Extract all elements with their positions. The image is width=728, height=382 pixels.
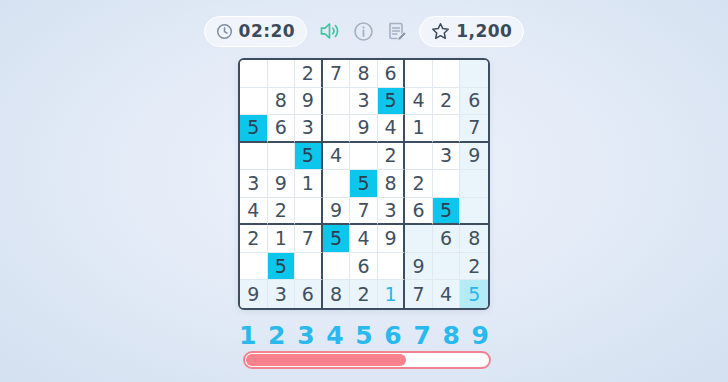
top-bar: 02:20 1,200 bbox=[0, 16, 728, 46]
cell-r7c4[interactable]: 5 bbox=[323, 225, 351, 253]
cell-r7c5[interactable]: 4 bbox=[350, 225, 378, 253]
cell-r9c1[interactable]: 9 bbox=[240, 280, 268, 308]
progress-bar bbox=[243, 351, 491, 369]
cell-r6c9[interactable] bbox=[460, 198, 488, 226]
cell-r2c4[interactable] bbox=[323, 88, 351, 116]
cell-r5c9[interactable] bbox=[460, 170, 488, 198]
notes-icon[interactable] bbox=[385, 20, 408, 42]
cell-r2c3[interactable]: 9 bbox=[295, 88, 323, 116]
numpad-7[interactable]: 7 bbox=[413, 323, 430, 348]
cell-r8c1[interactable] bbox=[240, 253, 268, 281]
cell-r7c9[interactable]: 8 bbox=[460, 225, 488, 253]
score-pill: 1,200 bbox=[419, 16, 524, 47]
numpad-4[interactable]: 4 bbox=[326, 323, 343, 348]
cell-r1c9[interactable] bbox=[460, 60, 488, 88]
cell-r2c5[interactable]: 3 bbox=[350, 88, 378, 116]
cell-r3c6[interactable]: 4 bbox=[378, 115, 406, 143]
cell-r4c6[interactable]: 2 bbox=[378, 143, 406, 171]
cell-r7c8[interactable]: 6 bbox=[433, 225, 461, 253]
cell-r1c5[interactable]: 8 bbox=[350, 60, 378, 88]
cell-r4c1[interactable] bbox=[240, 143, 268, 171]
cell-r7c7[interactable] bbox=[405, 225, 433, 253]
cell-r1c8[interactable] bbox=[433, 60, 461, 88]
clock-icon bbox=[216, 23, 233, 40]
cell-r4c5[interactable] bbox=[350, 143, 378, 171]
cell-r4c9[interactable]: 9 bbox=[460, 143, 488, 171]
cell-r1c6[interactable]: 6 bbox=[378, 60, 406, 88]
cell-r9c7[interactable]: 7 bbox=[405, 280, 433, 308]
cell-r6c7[interactable]: 6 bbox=[405, 198, 433, 226]
cell-r1c2[interactable] bbox=[268, 60, 296, 88]
cell-r8c7[interactable]: 9 bbox=[405, 253, 433, 281]
cell-r9c8[interactable]: 4 bbox=[433, 280, 461, 308]
cell-r2c7[interactable]: 4 bbox=[405, 88, 433, 116]
cell-r5c2[interactable]: 9 bbox=[268, 170, 296, 198]
cell-r5c3[interactable]: 1 bbox=[295, 170, 323, 198]
cell-r9c4[interactable]: 8 bbox=[323, 280, 351, 308]
cell-r9c5[interactable]: 2 bbox=[350, 280, 378, 308]
cell-r6c8[interactable]: 5 bbox=[433, 198, 461, 226]
cell-r5c6[interactable]: 8 bbox=[378, 170, 406, 198]
cell-r5c4[interactable] bbox=[323, 170, 351, 198]
cell-r1c1[interactable] bbox=[240, 60, 268, 88]
numpad-3[interactable]: 3 bbox=[297, 323, 314, 348]
cell-r1c7[interactable] bbox=[405, 60, 433, 88]
cell-r7c6[interactable]: 9 bbox=[378, 225, 406, 253]
cell-r3c7[interactable]: 1 bbox=[405, 115, 433, 143]
cell-r8c2[interactable]: 5 bbox=[268, 253, 296, 281]
cell-r2c8[interactable]: 2 bbox=[433, 88, 461, 116]
cell-r6c4[interactable]: 9 bbox=[323, 198, 351, 226]
cell-r8c6[interactable] bbox=[378, 253, 406, 281]
cell-r5c5[interactable]: 5 bbox=[350, 170, 378, 198]
timer-value: 02:20 bbox=[239, 21, 296, 41]
cell-r3c5[interactable]: 9 bbox=[350, 115, 378, 143]
cell-r8c3[interactable] bbox=[295, 253, 323, 281]
cell-r4c8[interactable]: 3 bbox=[433, 143, 461, 171]
cell-r8c5[interactable]: 6 bbox=[350, 253, 378, 281]
cell-r4c4[interactable]: 4 bbox=[323, 143, 351, 171]
progress-fill bbox=[246, 354, 406, 366]
cell-r6c5[interactable]: 7 bbox=[350, 198, 378, 226]
cell-r3c1[interactable]: 5 bbox=[240, 115, 268, 143]
sudoku-board: 2786893542656394175423939158242973652175… bbox=[238, 58, 490, 310]
numpad-6[interactable]: 6 bbox=[384, 323, 401, 348]
cell-r3c9[interactable]: 7 bbox=[460, 115, 488, 143]
cell-r3c8[interactable] bbox=[433, 115, 461, 143]
cell-r4c2[interactable] bbox=[268, 143, 296, 171]
cell-r8c4[interactable] bbox=[323, 253, 351, 281]
number-pad: 123456789 bbox=[239, 321, 489, 349]
cell-r6c2[interactable]: 2 bbox=[268, 198, 296, 226]
cell-r6c6[interactable]: 3 bbox=[378, 198, 406, 226]
cell-r5c1[interactable]: 3 bbox=[240, 170, 268, 198]
cell-r2c2[interactable]: 8 bbox=[268, 88, 296, 116]
cell-r8c8[interactable] bbox=[433, 253, 461, 281]
numpad-2[interactable]: 2 bbox=[268, 323, 285, 348]
cell-r3c2[interactable]: 6 bbox=[268, 115, 296, 143]
cell-r1c3[interactable]: 2 bbox=[295, 60, 323, 88]
cell-r3c3[interactable]: 3 bbox=[295, 115, 323, 143]
cell-r2c1[interactable] bbox=[240, 88, 268, 116]
star-icon bbox=[431, 22, 450, 41]
cell-r5c8[interactable] bbox=[433, 170, 461, 198]
cell-r6c3[interactable] bbox=[295, 198, 323, 226]
cell-r7c3[interactable]: 7 bbox=[295, 225, 323, 253]
cell-r1c4[interactable]: 7 bbox=[323, 60, 351, 88]
cell-r4c7[interactable] bbox=[405, 143, 433, 171]
score-value: 1,200 bbox=[456, 21, 512, 41]
cell-r9c3[interactable]: 6 bbox=[295, 280, 323, 308]
info-icon[interactable] bbox=[353, 21, 374, 42]
cell-r3c4[interactable] bbox=[323, 115, 351, 143]
cell-r2c6[interactable]: 5 bbox=[378, 88, 406, 116]
cell-r7c1[interactable]: 2 bbox=[240, 225, 268, 253]
cell-r8c9[interactable]: 2 bbox=[460, 253, 488, 281]
sound-on-icon[interactable] bbox=[318, 20, 342, 42]
cell-r2c9[interactable]: 6 bbox=[460, 88, 488, 116]
cell-r9c6[interactable]: 1 bbox=[378, 280, 406, 308]
cell-r4c3[interactable]: 5 bbox=[295, 143, 323, 171]
cell-r6c1[interactable]: 4 bbox=[240, 198, 268, 226]
cell-r9c2[interactable]: 3 bbox=[268, 280, 296, 308]
cell-r9c9[interactable]: 5 bbox=[460, 280, 488, 308]
numpad-1[interactable]: 1 bbox=[239, 323, 256, 348]
numpad-5[interactable]: 5 bbox=[355, 323, 372, 348]
numpad-8[interactable]: 8 bbox=[442, 323, 459, 348]
numpad-9[interactable]: 9 bbox=[472, 323, 489, 348]
timer-pill: 02:20 bbox=[204, 16, 308, 47]
cell-r5c7[interactable]: 2 bbox=[405, 170, 433, 198]
cell-r7c2[interactable]: 1 bbox=[268, 225, 296, 253]
